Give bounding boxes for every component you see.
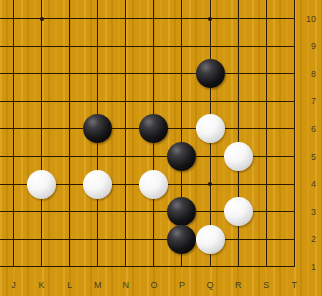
column-label: P (172, 279, 192, 291)
grid-line-vertical (238, 0, 239, 267)
grid-line-vertical (69, 0, 70, 267)
star-point (40, 17, 44, 21)
column-label: R (228, 279, 248, 291)
row-label: 5 (294, 151, 316, 163)
column-label: M (88, 279, 108, 291)
black-stone (83, 114, 112, 143)
column-label: N (116, 279, 136, 291)
row-label: 1 (294, 261, 316, 273)
white-stone (27, 170, 56, 199)
row-label: 10 (294, 13, 316, 25)
grid-line-horizontal (0, 46, 295, 47)
row-label: 7 (294, 95, 316, 107)
white-stone (224, 197, 253, 226)
grid-line-horizontal (0, 266, 295, 267)
column-label: S (256, 279, 276, 291)
row-label: 4 (294, 178, 316, 190)
grid-line-horizontal (0, 18, 295, 19)
white-stone (224, 142, 253, 171)
white-stone (196, 225, 225, 254)
column-label: K (32, 279, 52, 291)
row-label: 2 (294, 233, 316, 245)
column-label: O (144, 279, 164, 291)
go-board[interactable]: JKLMNOPQRST10987654321 (0, 0, 322, 296)
row-label: 6 (294, 123, 316, 135)
grid-line-vertical (41, 0, 42, 267)
column-label: L (60, 279, 80, 291)
column-label: Q (200, 279, 220, 291)
white-stone (196, 114, 225, 143)
grid-line-horizontal (0, 101, 295, 102)
grid-line-vertical (13, 0, 14, 267)
star-point (208, 182, 212, 186)
column-label: T (284, 279, 304, 291)
grid-line-vertical (125, 0, 126, 267)
black-stone (167, 142, 196, 171)
column-label: J (4, 279, 24, 291)
grid-line-horizontal (0, 239, 295, 240)
black-stone (196, 59, 225, 88)
white-stone (139, 170, 168, 199)
black-stone (167, 225, 196, 254)
row-label: 9 (294, 40, 316, 52)
row-label: 8 (294, 68, 316, 80)
row-label: 3 (294, 206, 316, 218)
white-stone (83, 170, 112, 199)
black-stone (139, 114, 168, 143)
grid-line-vertical (266, 0, 267, 267)
star-point (208, 17, 212, 21)
grid-line-horizontal (0, 73, 295, 74)
black-stone (167, 197, 196, 226)
